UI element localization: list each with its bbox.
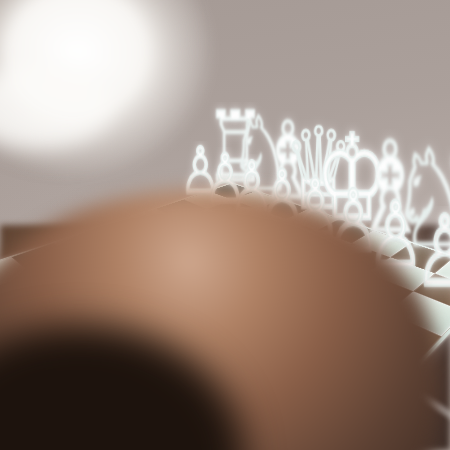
piece-white-pawn-h2: ♙	[414, 206, 450, 300]
photograph: ♖♘♗♕♔♗♘♖♙♙♙♙♙♙♙♙	[0, 0, 450, 450]
